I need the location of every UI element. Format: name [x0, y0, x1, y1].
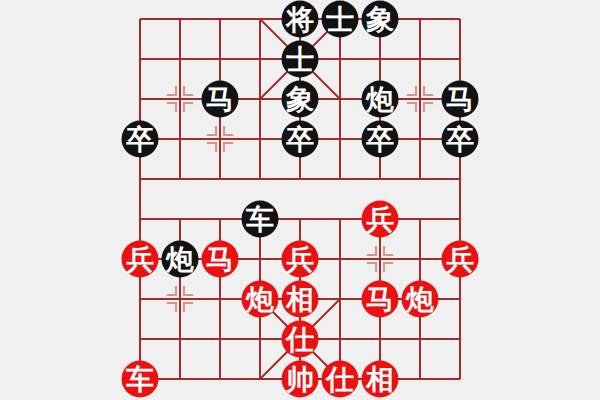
black-elephant[interactable]: 象: [362, 1, 399, 38]
black-horse[interactable]: 马: [202, 81, 239, 118]
black-horse[interactable]: 马: [442, 81, 479, 118]
xiangqi-board: 将士象士马象炮马卒卒卒卒车炮兵兵马兵兵炮相马炮仕车帅仕相: [0, 0, 600, 400]
red-soldier[interactable]: 兵: [362, 201, 399, 238]
black-soldier[interactable]: 卒: [362, 121, 399, 158]
red-soldier[interactable]: 兵: [122, 241, 159, 278]
red-horse[interactable]: 马: [202, 241, 239, 278]
black-chariot[interactable]: 车: [242, 201, 279, 238]
black-advisor[interactable]: 士: [322, 1, 359, 38]
piece-layer: 将士象士马象炮马卒卒卒卒车炮兵兵马兵兵炮相马炮仕车帅仕相: [0, 0, 600, 400]
red-advisor[interactable]: 仕: [282, 321, 319, 358]
black-general[interactable]: 将: [282, 1, 319, 38]
black-elephant[interactable]: 象: [282, 81, 319, 118]
red-cannon[interactable]: 炮: [402, 281, 439, 318]
red-elephant[interactable]: 相: [362, 361, 399, 398]
red-soldier[interactable]: 兵: [282, 241, 319, 278]
red-elephant[interactable]: 相: [282, 281, 319, 318]
red-general[interactable]: 帅: [282, 361, 319, 398]
black-cannon[interactable]: 炮: [162, 241, 199, 278]
black-soldier[interactable]: 卒: [442, 121, 479, 158]
black-cannon[interactable]: 炮: [362, 81, 399, 118]
red-soldier[interactable]: 兵: [442, 241, 479, 278]
black-soldier[interactable]: 卒: [282, 121, 319, 158]
red-chariot[interactable]: 车: [122, 361, 159, 398]
black-soldier[interactable]: 卒: [122, 121, 159, 158]
red-horse[interactable]: 马: [362, 281, 399, 318]
black-advisor[interactable]: 士: [282, 41, 319, 78]
red-advisor[interactable]: 仕: [322, 361, 359, 398]
red-cannon[interactable]: 炮: [242, 281, 279, 318]
